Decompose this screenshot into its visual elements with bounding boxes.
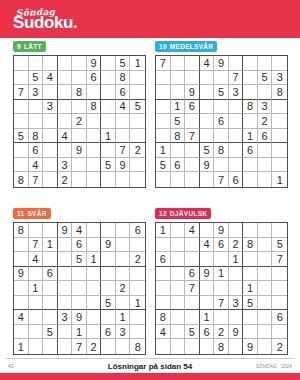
sudoku-cell: 2 [272,339,287,354]
sudoku-cell [58,296,73,311]
sudoku-cell [229,223,244,238]
sudoku-cell [243,114,258,129]
sudoku-cell [101,114,116,129]
sudoku-cell [200,296,215,311]
sudoku-cell: 5 [258,71,273,86]
difficulty-label: SVÅR [27,210,46,217]
sudoku-cell: 3 [258,100,273,115]
sudoku-cell [87,325,102,340]
sudoku-cell [200,71,215,86]
sudoku-board: 9515468738638452584169724359872 [13,55,146,188]
sudoku-cell: 5 [43,325,58,340]
sudoku-cell: 5 [130,100,145,115]
sudoku-cell: 9 [14,267,29,282]
sudoku-cell: 1 [200,310,215,325]
footer-solutions-text: Lösningar på sidan 54 [6,362,294,371]
sudoku-board: 7497539538168356287161586569761 [155,55,288,188]
sudoku-cell: 4 [14,310,29,325]
sudoku-cell [272,114,287,129]
sudoku-cell [58,71,73,86]
sudoku-cell [130,281,145,296]
sudoku-cell: 3 [58,158,73,173]
sudoku-cell: 9 [101,238,116,253]
sudoku-cell [171,238,186,253]
sudoku-cell [29,339,44,354]
sudoku-cell [156,267,171,282]
sudoku-cell [272,296,287,311]
sudoku-cell: 1 [214,267,229,282]
sudoku-cell [156,296,171,311]
sudoku-cell: 1 [156,223,171,238]
sudoku-cell [171,339,186,354]
sudoku-cell: 5 [72,252,87,267]
sudoku-cell [214,310,229,325]
sudoku-cell [58,56,73,71]
sudoku-cell [272,56,287,71]
sudoku-cell [72,71,87,86]
sudoku-cell [58,238,73,253]
sudoku-cell: 9 [200,267,215,282]
sudoku-cell [130,310,145,325]
sudoku-cell [116,252,131,267]
sudoku-cell [171,85,186,100]
sudoku-cell [101,339,116,354]
sudoku-cell: 3 [43,100,58,115]
sudoku-cell [14,238,29,253]
sudoku-cell [87,223,102,238]
sudoku-cell: 9 [200,158,215,173]
sudoku-cell [258,281,273,296]
sudoku-cell [185,310,200,325]
sudoku-cell: 1 [14,339,29,354]
sudoku-cell [171,252,186,267]
sudoku-cell [200,252,215,267]
sudoku-cell: 6 [200,325,215,340]
sudoku-cell [14,100,29,115]
sudoku-cell: 8 [87,100,102,115]
sudoku-cell [29,56,44,71]
sudoku-cell [87,310,102,325]
sudoku-cell: 9 [58,223,73,238]
sudoku-cell [130,114,145,129]
sudoku-cell: 1 [243,281,258,296]
sudoku-cell [14,114,29,129]
footer-edition-text: Söndag · 2024 [256,364,292,369]
sudoku-cell [200,129,215,144]
sudoku-cell [272,158,287,173]
sudoku-cell [171,143,186,158]
sudoku-cell [185,238,200,253]
sudoku-cell [171,310,186,325]
sudoku-logo: Söndag Sudoku. [13,8,77,31]
sudoku-cell [156,100,171,115]
sudoku-cell [258,267,273,282]
sudoku-cell: 1 [130,56,145,71]
sudoku-cell [258,56,273,71]
sudoku-cell [156,238,171,253]
sudoku-cell [243,267,258,282]
sudoku-cell: 2 [229,238,244,253]
sudoku-cell [87,238,102,253]
sudoku-cell [156,129,171,144]
sudoku-cell: 6 [272,310,287,325]
sudoku-cell: 5 [272,238,287,253]
sudoku-cell [185,71,200,86]
sudoku-cell: 9 [214,223,229,238]
sudoku-cell: 6 [229,172,244,187]
sudoku-cell [258,172,273,187]
sudoku-cell [29,296,44,311]
sudoku-cell: 4 [29,158,44,173]
sudoku-cell [229,56,244,71]
sudoku-cell [243,223,258,238]
sudoku-cell [185,172,200,187]
sudoku-cell [243,325,258,340]
sudoku-cell: 5 [14,129,29,144]
sudoku-cell [116,267,131,282]
sudoku-cell: 7 [29,172,44,187]
sudoku-cell [156,71,171,86]
sudoku-cell [101,252,116,267]
sudoku-cell [171,296,186,311]
sudoku-cell: 5 [101,296,116,311]
sudoku-cell [229,143,244,158]
sudoku-cell: 7 [185,281,200,296]
sudoku-cell: 2 [87,339,102,354]
sudoku-cell: 9 [87,56,102,71]
sudoku-cell [116,172,131,187]
sudoku-cell: 4 [200,56,215,71]
sudoku-cell [258,158,273,173]
sudoku-cell: 9 [72,310,87,325]
sudoku-cell: 5 [243,296,258,311]
sudoku-cell [116,129,131,144]
sudoku-cell: 3 [29,85,44,100]
sudoku-cell: 8 [214,339,229,354]
sudoku-cell: 9 [243,339,258,354]
sudoku-cell [258,238,273,253]
sudoku-cell: 4 [72,223,87,238]
sudoku-cell: 9 [72,143,87,158]
difficulty-badge: 12 DJÄVULSK [155,208,211,219]
sudoku-cell: 6 [185,267,200,282]
sudoku-cell [272,143,287,158]
sudoku-cell [171,56,186,71]
sudoku-cell: 6 [156,252,171,267]
sudoku-cell [258,339,273,354]
sudoku-cell [214,129,229,144]
sudoku-cell [171,267,186,282]
sudoku-cell: 1 [130,296,145,311]
sudoku-cell [229,267,244,282]
sudoku-cell [243,158,258,173]
sudoku-cell: 1 [156,143,171,158]
sudoku-cell: 8 [214,143,229,158]
puzzle-12-djavulsk: 12 DJÄVULSK 1494628561769171735816456298… [155,208,289,355]
sudoku-cell: 9 [214,56,229,71]
sudoku-cell [43,85,58,100]
sudoku-cell [258,223,273,238]
sudoku-cell [14,252,29,267]
sudoku-cell [87,143,102,158]
sudoku-cell: 3 [272,71,287,86]
difficulty-label: MEDELSVÅR [170,43,214,50]
puzzle-number: 10 [159,43,167,50]
sudoku-cell: 2 [130,252,145,267]
sudoku-cell [130,325,145,340]
sudoku-cell [130,238,145,253]
sudoku-cell [101,281,116,296]
sudoku-cell: 2 [116,281,131,296]
sudoku-cell [272,223,287,238]
sudoku-cell: 7 [29,238,44,253]
sudoku-cell [214,252,229,267]
sudoku-cell [200,223,215,238]
sudoku-cell [243,85,258,100]
sudoku-cell: 9 [229,325,244,340]
sudoku-board: 894671694512961251439151631728 [13,222,146,355]
sudoku-cell [101,310,116,325]
sudoku-cell [58,85,73,100]
sudoku-cell [156,281,171,296]
sudoku-cell [101,100,116,115]
sudoku-cell: 9 [185,85,200,100]
sudoku-cell [87,281,102,296]
sudoku-cell [101,71,116,86]
sudoku-cell [43,129,58,144]
sudoku-cell: 5 [171,114,186,129]
sudoku-cell [185,114,200,129]
sudoku-cell [171,71,186,86]
sudoku-cell [229,129,244,144]
sudoku-cell: 1 [87,252,102,267]
puzzle-9-latt: 9 LÄTT 9515468738638452584169724359872 [13,41,147,188]
sudoku-cell: 8 [14,223,29,238]
sudoku-cell: 6 [258,129,273,144]
sudoku-cell [229,114,244,129]
sudoku-board: 149462856176917173581645629892 [155,222,288,355]
sudoku-cell [58,252,73,267]
sudoku-cell [87,114,102,129]
sudoku-cell: 1 [101,129,116,144]
sudoku-cell [72,296,87,311]
sudoku-cell [43,114,58,129]
sudoku-cell [43,56,58,71]
sudoku-cell [200,85,215,100]
sudoku-cell: 4 [58,129,73,144]
sudoku-cell [72,172,87,187]
sudoku-cell [72,56,87,71]
sudoku-cell [29,325,44,340]
sudoku-cell: 1 [72,325,87,340]
sudoku-cell: 2 [72,114,87,129]
sudoku-cell: 9 [116,158,131,173]
sudoku-cell: 8 [156,310,171,325]
sudoku-cell: 6 [101,325,116,340]
difficulty-badge: 10 MEDELSVÅR [155,41,217,52]
footer: 42 Lösningar på sidan 54 Söndag · 2024 [6,358,294,371]
sudoku-cell: 6 [243,143,258,158]
sudoku-cell [214,158,229,173]
sudoku-cell [214,71,229,86]
sudoku-cell: 8 [14,172,29,187]
sudoku-cell: 5 [101,158,116,173]
sudoku-cell [14,143,29,158]
sudoku-cell [243,310,258,325]
sudoku-cell [14,325,29,340]
sudoku-cell [185,143,200,158]
sudoku-cell [14,281,29,296]
sudoku-cell: 2 [130,143,145,158]
sudoku-cell [156,172,171,187]
sudoku-cell: 6 [43,267,58,282]
sudoku-cell: 8 [130,339,145,354]
sudoku-cell [185,158,200,173]
sudoku-cell [116,339,131,354]
sudoku-cell: 6 [72,238,87,253]
sudoku-cell [243,252,258,267]
sudoku-cell [258,143,273,158]
sudoku-cell [272,281,287,296]
sudoku-cell [229,339,244,354]
sudoku-cell: 7 [214,296,229,311]
sudoku-cell: 5 [185,325,200,340]
sudoku-cell [72,158,87,173]
sudoku-cell: 3 [58,310,73,325]
sudoku-cell: 1 [29,281,44,296]
sudoku-cell [87,85,102,100]
puzzle-10-medelsvar: 10 MEDELSVÅR 749753953816835628716158656… [155,41,289,188]
sudoku-cell [43,310,58,325]
puzzle-grid-area: 9 LÄTT 9515468738638452584169724359872 1… [0,38,300,355]
sudoku-cell: 7 [272,252,287,267]
sudoku-cell [130,129,145,144]
sudoku-cell [200,114,215,129]
sudoku-cell [43,339,58,354]
sudoku-cell: 4 [116,100,131,115]
sudoku-cell [29,267,44,282]
sudoku-cell: 1 [43,238,58,253]
sudoku-cell [58,143,73,158]
sudoku-cell [87,267,102,282]
sudoku-cell [130,172,145,187]
sudoku-cell [43,223,58,238]
sudoku-cell [229,158,244,173]
sudoku-cell [171,325,186,340]
sudoku-cell [101,85,116,100]
sudoku-cell: 3 [116,325,131,340]
sudoku-cell [29,100,44,115]
sudoku-cell [43,172,58,187]
sudoku-cell [229,310,244,325]
sudoku-cell [171,281,186,296]
sudoku-cell [130,158,145,173]
sudoku-cell: 2 [258,114,273,129]
sudoku-cell [200,339,215,354]
sudoku-cell: 7 [116,143,131,158]
sudoku-cell [43,296,58,311]
sudoku-cell [272,129,287,144]
sudoku-cell: 3 [229,296,244,311]
sudoku-cell [43,281,58,296]
sudoku-cell [43,158,58,173]
sudoku-cell [101,143,116,158]
sudoku-cell [272,267,287,282]
sudoku-cell: 8 [171,129,186,144]
sudoku-cell: 1 [116,310,131,325]
sudoku-cell [214,281,229,296]
sudoku-cell [243,71,258,86]
sudoku-cell: 7 [214,172,229,187]
sudoku-cell [72,129,87,144]
sudoku-cell [130,85,145,100]
sudoku-cell [72,281,87,296]
puzzle-number: 11 [17,210,24,217]
sudoku-cell [58,114,73,129]
sudoku-cell [272,100,287,115]
sudoku-cell [243,172,258,187]
sudoku-cell [171,172,186,187]
sudoku-cell: 6 [214,238,229,253]
sudoku-cell [258,252,273,267]
sudoku-cell: 1 [171,100,186,115]
difficulty-label: DJÄVULSK [170,210,207,217]
sudoku-cell: 8 [116,71,131,86]
sudoku-cell [43,143,58,158]
puzzle-number: 9 [17,43,21,50]
sudoku-cell: 7 [185,129,200,144]
sudoku-cell [58,325,73,340]
sudoku-cell [171,223,186,238]
difficulty-label: LÄTT [24,43,42,50]
sudoku-cell [87,158,102,173]
sudoku-cell [200,281,215,296]
sudoku-cell: 1 [272,172,287,187]
sudoku-cell [130,71,145,86]
sudoku-cell: 4 [185,223,200,238]
sudoku-cell: 8 [29,129,44,144]
sudoku-cell [185,296,200,311]
sudoku-cell [130,267,145,282]
sudoku-cell: 6 [185,100,200,115]
sudoku-cell: 5 [214,85,229,100]
sudoku-cell: 6 [171,158,186,173]
difficulty-badge: 9 LÄTT [13,41,46,52]
logo-script-text: Söndag [16,6,78,17]
sudoku-cell: 1 [243,129,258,144]
sudoku-cell: 7 [72,339,87,354]
sudoku-cell [200,172,215,187]
sudoku-cell [87,129,102,144]
sudoku-cell [156,85,171,100]
sudoku-cell [14,56,29,71]
sudoku-cell [29,114,44,129]
sudoku-cell: 4 [156,325,171,340]
sudoku-cell [116,223,131,238]
sudoku-cell [116,114,131,129]
sudoku-cell [258,325,273,340]
puzzle-number: 12 [159,210,167,217]
sudoku-cell [258,85,273,100]
sudoku-cell [156,339,171,354]
sudoku-cell [58,281,73,296]
sudoku-cell [58,100,73,115]
bottom-red-strip [0,373,300,380]
sudoku-cell [185,252,200,267]
sudoku-cell [58,339,73,354]
sudoku-cell [14,296,29,311]
sudoku-cell [101,56,116,71]
